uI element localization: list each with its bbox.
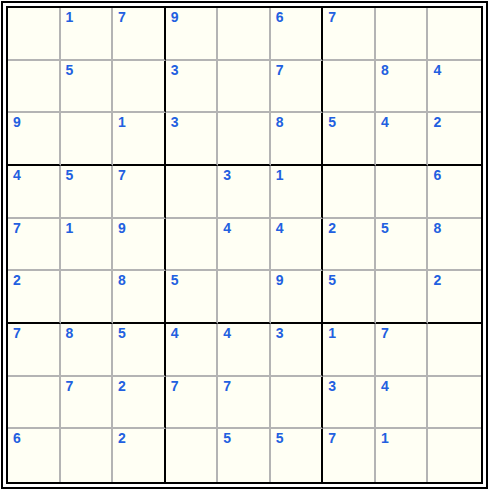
cell-r3c2[interactable]	[61, 113, 114, 166]
board-frame: 1796753784913854245731671944258285952785…	[1, 1, 488, 489]
cell-r5c9[interactable]: 8	[428, 219, 481, 272]
cell-r1c7[interactable]: 7	[323, 8, 376, 61]
cell-r6c9[interactable]: 2	[428, 271, 481, 324]
cell-r5c6[interactable]: 4	[271, 219, 324, 272]
cell-r8c7[interactable]: 3	[323, 377, 376, 430]
page: 1796753784913854245731671944258285952785…	[0, 0, 489, 490]
cell-r6c1[interactable]: 2	[8, 271, 61, 324]
cell-r8c1[interactable]	[8, 377, 61, 430]
cell-r6c4[interactable]: 5	[166, 271, 219, 324]
cell-r5c7[interactable]: 2	[323, 219, 376, 272]
cell-r9c8[interactable]: 1	[376, 429, 429, 482]
cell-r1c4[interactable]: 9	[166, 8, 219, 61]
cell-r3c4[interactable]: 3	[166, 113, 219, 166]
cell-r7c4[interactable]: 4	[166, 324, 219, 377]
cell-r2c9[interactable]: 4	[428, 61, 481, 114]
cell-r9c4[interactable]	[166, 429, 219, 482]
cell-r2c1[interactable]	[8, 61, 61, 114]
cell-r3c7[interactable]: 5	[323, 113, 376, 166]
cell-r8c9[interactable]	[428, 377, 481, 430]
cell-r2c3[interactable]	[113, 61, 166, 114]
cell-r7c8[interactable]: 7	[376, 324, 429, 377]
sudoku-board: 1796753784913854245731671944258285952785…	[6, 6, 483, 484]
cell-r3c9[interactable]: 2	[428, 113, 481, 166]
cell-r4c9[interactable]: 6	[428, 166, 481, 219]
cell-r4c4[interactable]	[166, 166, 219, 219]
cell-r7c6[interactable]: 3	[271, 324, 324, 377]
cell-r4c7[interactable]	[323, 166, 376, 219]
cell-r8c8[interactable]: 4	[376, 377, 429, 430]
cell-r1c1[interactable]	[8, 8, 61, 61]
cell-r5c4[interactable]	[166, 219, 219, 272]
cell-r3c1[interactable]: 9	[8, 113, 61, 166]
cell-r2c6[interactable]: 7	[271, 61, 324, 114]
cell-r6c2[interactable]	[61, 271, 114, 324]
cell-r1c6[interactable]: 6	[271, 8, 324, 61]
cell-r3c5[interactable]	[218, 113, 271, 166]
cell-r2c4[interactable]: 3	[166, 61, 219, 114]
cell-r2c5[interactable]	[218, 61, 271, 114]
cell-r9c9[interactable]	[428, 429, 481, 482]
cell-r8c5[interactable]: 7	[218, 377, 271, 430]
cell-r9c7[interactable]: 7	[323, 429, 376, 482]
cell-r4c2[interactable]: 5	[61, 166, 114, 219]
cell-r1c9[interactable]	[428, 8, 481, 61]
cell-r5c1[interactable]: 7	[8, 219, 61, 272]
cell-r3c8[interactable]: 4	[376, 113, 429, 166]
cell-r3c3[interactable]: 1	[113, 113, 166, 166]
cell-r8c6[interactable]	[271, 377, 324, 430]
cell-r4c3[interactable]: 7	[113, 166, 166, 219]
cell-r7c2[interactable]: 8	[61, 324, 114, 377]
cell-r9c1[interactable]: 6	[8, 429, 61, 482]
cell-r8c2[interactable]: 7	[61, 377, 114, 430]
cell-r5c3[interactable]: 9	[113, 219, 166, 272]
cell-r6c6[interactable]: 9	[271, 271, 324, 324]
cell-r4c6[interactable]: 1	[271, 166, 324, 219]
cell-r3c6[interactable]: 8	[271, 113, 324, 166]
cell-r2c7[interactable]	[323, 61, 376, 114]
cell-r1c5[interactable]	[218, 8, 271, 61]
cell-r5c8[interactable]: 5	[376, 219, 429, 272]
cell-r9c2[interactable]	[61, 429, 114, 482]
cell-r1c3[interactable]: 7	[113, 8, 166, 61]
cell-r6c8[interactable]	[376, 271, 429, 324]
cell-r4c5[interactable]: 3	[218, 166, 271, 219]
cell-r1c8[interactable]	[376, 8, 429, 61]
cell-r5c5[interactable]: 4	[218, 219, 271, 272]
cell-r7c3[interactable]: 5	[113, 324, 166, 377]
cell-r9c3[interactable]: 2	[113, 429, 166, 482]
cell-r7c7[interactable]: 1	[323, 324, 376, 377]
cell-r7c5[interactable]: 4	[218, 324, 271, 377]
cell-r4c1[interactable]: 4	[8, 166, 61, 219]
cell-r9c6[interactable]: 5	[271, 429, 324, 482]
cell-r2c8[interactable]: 8	[376, 61, 429, 114]
cell-r7c1[interactable]: 7	[8, 324, 61, 377]
cell-r6c3[interactable]: 8	[113, 271, 166, 324]
cell-r2c2[interactable]: 5	[61, 61, 114, 114]
cell-r6c5[interactable]	[218, 271, 271, 324]
cell-r8c3[interactable]: 2	[113, 377, 166, 430]
cell-r8c4[interactable]: 7	[166, 377, 219, 430]
cell-r9c5[interactable]: 5	[218, 429, 271, 482]
cell-r4c8[interactable]	[376, 166, 429, 219]
cell-r1c2[interactable]: 1	[61, 8, 114, 61]
cell-r6c7[interactable]: 5	[323, 271, 376, 324]
cell-r5c2[interactable]: 1	[61, 219, 114, 272]
cell-r7c9[interactable]	[428, 324, 481, 377]
